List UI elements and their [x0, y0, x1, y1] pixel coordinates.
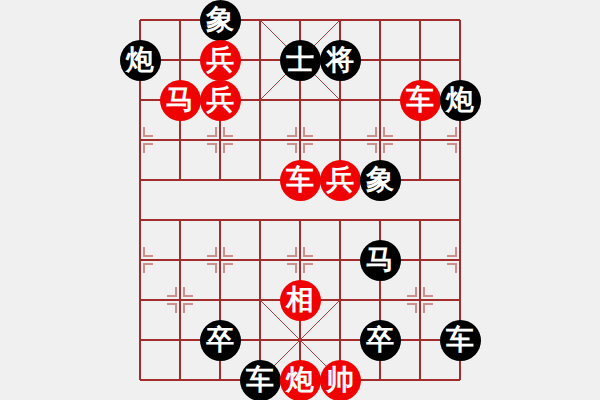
- piece-red-soldier[interactable]: 兵: [320, 160, 361, 201]
- piece-black-soldier[interactable]: 卒: [200, 320, 241, 361]
- piece-red-soldier[interactable]: 兵: [200, 80, 241, 121]
- piece-red-horse[interactable]: 马: [160, 80, 201, 121]
- xiangqi-app: 象炮兵士将马兵车炮车兵象马相卒卒车车炮帅: [0, 0, 600, 400]
- piece-red-general[interactable]: 帅: [320, 360, 361, 400]
- piece-red-elephant[interactable]: 相: [280, 280, 321, 321]
- piece-black-soldier[interactable]: 卒: [360, 320, 401, 361]
- piece-black-horse[interactable]: 马: [360, 240, 401, 281]
- piece-red-chariot[interactable]: 车: [400, 80, 441, 121]
- piece-black-advisor[interactable]: 士: [280, 40, 321, 81]
- pieces-layer: 象炮兵士将马兵车炮车兵象马相卒卒车车炮帅: [120, 0, 480, 400]
- piece-black-chariot[interactable]: 车: [440, 320, 481, 361]
- piece-red-soldier[interactable]: 兵: [200, 40, 241, 81]
- piece-black-elephant[interactable]: 象: [200, 0, 241, 41]
- piece-black-chariot[interactable]: 车: [240, 360, 281, 400]
- piece-black-general[interactable]: 将: [320, 40, 361, 81]
- piece-red-chariot[interactable]: 车: [280, 160, 321, 201]
- piece-black-cannon[interactable]: 炮: [440, 80, 481, 121]
- piece-red-cannon[interactable]: 炮: [280, 360, 321, 400]
- piece-black-elephant[interactable]: 象: [360, 160, 401, 201]
- xiangqi-board: 象炮兵士将马兵车炮车兵象马相卒卒车车炮帅: [120, 0, 480, 400]
- piece-black-cannon[interactable]: 炮: [120, 40, 161, 81]
